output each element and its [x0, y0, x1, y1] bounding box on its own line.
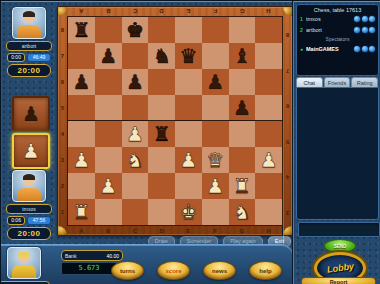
- player-row: 2artbort: [297, 24, 378, 35]
- file-label: H: [255, 226, 282, 235]
- black-pawn-tray-piece: ♟: [22, 104, 40, 124]
- square-g5[interactable]: ♟: [229, 95, 256, 121]
- file-label: D: [148, 7, 175, 16]
- square-a6[interactable]: ♟: [68, 69, 95, 95]
- counter-display: 5.673: [61, 262, 117, 275]
- player-info-icon[interactable]: [354, 16, 360, 22]
- menu-buttons: turnsscorenewshelp: [111, 261, 282, 280]
- rank-label: 4: [283, 159, 292, 195]
- square-d2[interactable]: [148, 173, 175, 199]
- rank-label: 5: [283, 124, 292, 160]
- top-player-reserve-time: 46:49: [27, 53, 51, 62]
- file-label: A: [68, 7, 95, 16]
- bottom-player-reserve-time: 47:56: [27, 216, 51, 225]
- chess-board: ABCDEFGH ABCDEFGH 87654321 87654321 ♜♚♟♞…: [57, 6, 293, 236]
- black-bishop-piece: ♝: [233, 46, 251, 66]
- square-a4[interactable]: [68, 121, 95, 147]
- black-pawn-piece: ♟: [99, 46, 117, 66]
- board-corner-ornament: [58, 7, 67, 16]
- file-label: G: [229, 7, 256, 16]
- file-label: A: [68, 226, 95, 235]
- player-name: tmxos: [306, 16, 353, 22]
- game-window: artbort 0:00 46:49 20:00 ♟ ♟ tmxos 0:06 …: [0, 0, 380, 284]
- file-label: H: [255, 7, 282, 16]
- board-corner-ornament: [283, 7, 292, 16]
- square-d4[interactable]: ♜: [148, 121, 175, 147]
- white-pawn-piece: ♟: [260, 150, 278, 170]
- avatar-shirt: [12, 265, 36, 279]
- top-player-name: artbort: [6, 41, 52, 51]
- rank-label: 4: [58, 121, 67, 147]
- rank-label: 8: [58, 17, 67, 43]
- bottom-player-move-time: 0:06: [7, 216, 25, 225]
- black-pawn-piece: ♟: [72, 72, 90, 92]
- file-label: B: [95, 226, 122, 235]
- bottom-player-name: tmxos: [6, 204, 52, 214]
- rank-label: 1: [58, 199, 67, 225]
- square-b2[interactable]: ♟: [95, 173, 122, 199]
- square-f7[interactable]: [202, 43, 229, 69]
- square-h6[interactable]: [255, 69, 282, 95]
- board-corner-ornament: [58, 226, 67, 235]
- white-queen-piece: ♛: [206, 150, 224, 170]
- square-d8[interactable]: [148, 17, 175, 43]
- square-b3[interactable]: [95, 147, 122, 173]
- avatar-hair: [23, 11, 35, 17]
- square-a8[interactable]: ♜: [68, 17, 95, 43]
- square-h2[interactable]: [255, 173, 282, 199]
- black-pawn-piece: ♟: [233, 98, 251, 118]
- bank-label: Bank: [65, 253, 76, 259]
- rank-label: 8: [283, 17, 292, 53]
- square-a7[interactable]: [68, 43, 95, 69]
- square-h4[interactable]: [255, 121, 282, 147]
- square-e6[interactable]: [175, 69, 202, 95]
- square-e5[interactable]: [175, 95, 202, 121]
- white-pawn-piece: ♟: [179, 150, 197, 170]
- square-c5[interactable]: [122, 95, 149, 121]
- black-king-piece: ♚: [126, 20, 144, 40]
- square-c2[interactable]: [122, 173, 149, 199]
- top-player-times: 0:00 46:49: [7, 53, 51, 62]
- square-g2[interactable]: ♜: [229, 173, 256, 199]
- side-tabs: ChatFriendsRating: [296, 77, 378, 87]
- square-d6[interactable]: [148, 69, 175, 95]
- square-f2[interactable]: ♟: [202, 173, 229, 199]
- rank-label: 6: [58, 69, 67, 95]
- rank-label: 5: [58, 95, 67, 121]
- black-side-tray[interactable]: ♟: [12, 96, 50, 132]
- rank-label: 2: [58, 173, 67, 199]
- square-a2[interactable]: [68, 173, 95, 199]
- file-label: B: [95, 7, 122, 16]
- square-h5[interactable]: [255, 95, 282, 121]
- board-middle-seam: [67, 120, 283, 121]
- bottom-bar: MainGAMES Bank 40.00 5.673 turnsscorenew…: [1, 244, 293, 284]
- square-f5[interactable]: [202, 95, 229, 121]
- rank-label: 6: [283, 88, 292, 124]
- bottom-player-avatar: [12, 170, 46, 202]
- left-sidebar: artbort 0:00 46:49 20:00 ♟ ♟ tmxos 0:06 …: [1, 1, 57, 245]
- white-side-tray[interactable]: ♟: [12, 133, 50, 169]
- white-king-piece: ♚: [179, 202, 197, 222]
- white-pawn-piece: ♟: [126, 124, 144, 144]
- square-b5[interactable]: [95, 95, 122, 121]
- file-label: G: [229, 226, 256, 235]
- spectator-name: MainGAMES: [306, 46, 353, 52]
- square-e3[interactable]: ♟: [175, 147, 202, 173]
- local-user: MainGAMES: [7, 247, 50, 284]
- score-button[interactable]: score: [157, 261, 190, 280]
- player-row: 1tmxos: [297, 13, 378, 24]
- file-label: E: [175, 226, 202, 235]
- player-card-bottom: tmxos 0:06 47:56 20:00: [1, 170, 57, 240]
- player-info-icon[interactable]: [369, 27, 375, 33]
- square-c6[interactable]: ♟: [122, 69, 149, 95]
- player-info-icon[interactable]: [362, 27, 368, 33]
- avatar-shirt: [17, 25, 41, 39]
- square-c8[interactable]: ♚: [122, 17, 149, 43]
- board-grid: ♜♚♟♞♛♝♟♟♟♟♟♜♟♞♟♛♟♟♟♜♜♚♞: [67, 16, 283, 226]
- square-c7[interactable]: [122, 43, 149, 69]
- square-f8[interactable]: [202, 17, 229, 43]
- avatar-shirt: [17, 188, 41, 202]
- player-info-icon[interactable]: [354, 27, 360, 33]
- square-a3[interactable]: ♟: [68, 147, 95, 173]
- bottom-player-clock: 20:00: [7, 227, 51, 240]
- square-a1[interactable]: ♜: [68, 199, 95, 225]
- square-h8[interactable]: [255, 17, 282, 43]
- file-label: F: [202, 7, 229, 16]
- square-c1[interactable]: [122, 199, 149, 225]
- file-label: C: [122, 7, 149, 16]
- white-pawn-piece: ♟: [99, 176, 117, 196]
- square-f1[interactable]: [202, 199, 229, 225]
- send-button[interactable]: SEND: [324, 239, 356, 253]
- spectators-label: Spectators: [297, 35, 378, 43]
- file-label: C: [122, 226, 149, 235]
- black-knight-piece: ♞: [153, 46, 171, 66]
- chat-messages-area: [296, 87, 379, 220]
- square-g8[interactable]: [229, 17, 256, 43]
- black-queen-piece: ♛: [179, 46, 197, 66]
- rank-label: 3: [283, 195, 292, 231]
- square-g4[interactable]: [229, 121, 256, 147]
- rank-label: 7: [283, 53, 292, 89]
- player-info-icon[interactable]: [362, 46, 368, 52]
- file-labels-top: ABCDEFGH: [68, 7, 282, 16]
- black-rook-piece: ♜: [153, 124, 171, 144]
- square-g1[interactable]: ♞: [229, 199, 256, 225]
- local-user-avatar: [7, 247, 41, 279]
- spectator-row: ● MainGAMES: [297, 43, 378, 54]
- square-h7[interactable]: [255, 43, 282, 69]
- square-c4[interactable]: ♟: [122, 121, 149, 147]
- square-b1[interactable]: [95, 199, 122, 225]
- square-h3[interactable]: ♟: [255, 147, 282, 173]
- tab-chat[interactable]: Chat: [296, 77, 323, 87]
- top-player-move-time: 0:00: [7, 53, 25, 62]
- tab-friends[interactable]: Friends: [324, 77, 351, 87]
- black-rook-piece: ♜: [72, 20, 90, 40]
- bottom-player-times: 0:06 47:56: [7, 216, 51, 225]
- black-pawn-piece: ♟: [126, 72, 144, 92]
- square-b7[interactable]: ♟: [95, 43, 122, 69]
- square-b4[interactable]: [95, 121, 122, 147]
- square-f6[interactable]: ♟: [202, 69, 229, 95]
- square-g6[interactable]: [229, 69, 256, 95]
- report-button[interactable]: Report: [301, 277, 376, 284]
- square-g3[interactable]: [229, 147, 256, 173]
- top-player-clock: 20:00: [7, 64, 51, 77]
- player-card-top: artbort 0:00 46:49 20:00: [1, 7, 57, 77]
- news-button[interactable]: news: [203, 261, 236, 280]
- square-e2[interactable]: [175, 173, 202, 199]
- white-pawn-tray-piece: ♟: [22, 141, 40, 161]
- file-label: E: [175, 7, 202, 16]
- player-info-icon[interactable]: [369, 16, 375, 22]
- file-label: F: [202, 226, 229, 235]
- bank-value: 40.00: [106, 253, 119, 259]
- square-c3[interactable]: ♞: [122, 147, 149, 173]
- square-e4[interactable]: [175, 121, 202, 147]
- square-e8[interactable]: [175, 17, 202, 43]
- square-d5[interactable]: [148, 95, 175, 121]
- square-f4[interactable]: [202, 121, 229, 147]
- square-b6[interactable]: [95, 69, 122, 95]
- bank-display: Bank 40.00: [61, 250, 123, 261]
- square-g7[interactable]: ♝: [229, 43, 256, 69]
- square-d3[interactable]: [148, 147, 175, 173]
- white-pawn-piece: ♟: [206, 176, 224, 196]
- white-rook-piece: ♜: [72, 202, 90, 222]
- help-button[interactable]: help: [249, 261, 282, 280]
- player-info-icon[interactable]: [362, 16, 368, 22]
- avatar-hair: [23, 174, 35, 180]
- white-rook-piece: ♜: [233, 176, 251, 196]
- player-name: artbort: [306, 27, 353, 33]
- square-e7[interactable]: ♛: [175, 43, 202, 69]
- table-info-panel: Chess, table 17613 1tmxos2artbort Specta…: [296, 4, 379, 76]
- square-e1[interactable]: ♚: [175, 199, 202, 225]
- chat-input[interactable]: [298, 222, 380, 237]
- file-label: D: [148, 226, 175, 235]
- square-a5[interactable]: [68, 95, 95, 121]
- white-knight-piece: ♞: [233, 202, 251, 222]
- white-pawn-piece: ♟: [72, 150, 90, 170]
- white-knight-piece: ♞: [126, 150, 144, 170]
- square-f3[interactable]: ♛: [202, 147, 229, 173]
- rank-label: 7: [58, 43, 67, 69]
- turns-button[interactable]: turns: [111, 261, 144, 280]
- player-info-icon[interactable]: [369, 46, 375, 52]
- player-info-icon[interactable]: [354, 46, 360, 52]
- square-d7[interactable]: ♞: [148, 43, 175, 69]
- tab-rating[interactable]: Rating: [351, 77, 378, 87]
- square-h1[interactable]: [255, 199, 282, 225]
- avatar-hair: [18, 251, 30, 257]
- right-panel: Chess, table 17613 1tmxos2artbort Specta…: [292, 1, 380, 284]
- rank-labels-left: 87654321: [58, 17, 67, 225]
- lobby-label: Lobby: [326, 261, 354, 275]
- file-labels-bottom: ABCDEFGH: [68, 226, 282, 235]
- top-player-avatar: [12, 7, 46, 39]
- rank-label: 3: [58, 147, 67, 173]
- square-b8[interactable]: [95, 17, 122, 43]
- black-pawn-piece: ♟: [206, 72, 224, 92]
- square-d1[interactable]: [148, 199, 175, 225]
